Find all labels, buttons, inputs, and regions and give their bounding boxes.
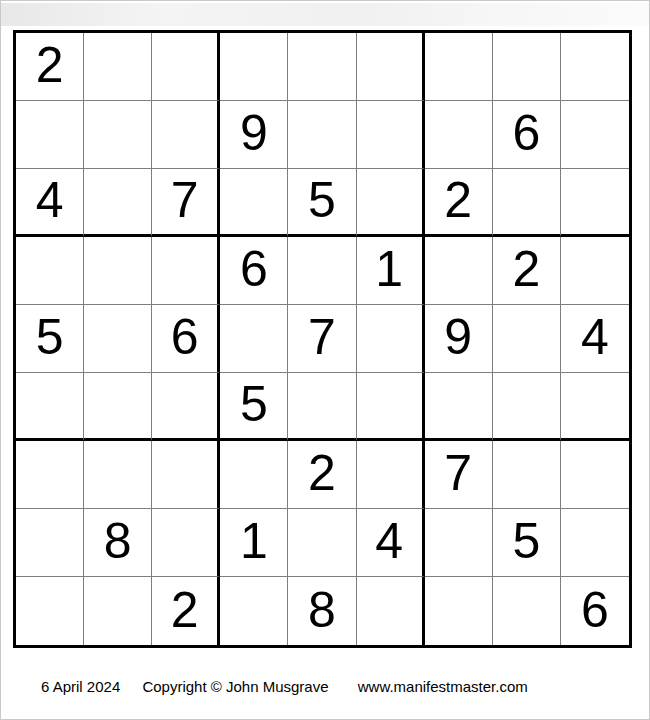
cell-r4c2[interactable] [84, 237, 152, 305]
cell-r6c5[interactable] [288, 373, 356, 441]
cell-r8c2[interactable]: 8 [84, 509, 152, 577]
cell-r8c8[interactable]: 5 [493, 509, 561, 577]
cell-r1c2[interactable] [84, 33, 152, 101]
cell-r8c6[interactable]: 4 [357, 509, 425, 577]
cell-r5c8[interactable] [493, 305, 561, 373]
cell-r9c9[interactable]: 6 [561, 577, 629, 645]
cell-r8c9[interactable] [561, 509, 629, 577]
cell-r1c4[interactable] [220, 33, 288, 101]
cell-r1c9[interactable] [561, 33, 629, 101]
cell-r7c5[interactable]: 2 [288, 441, 356, 509]
cell-r5c3[interactable]: 6 [152, 305, 220, 373]
cell-r2c5[interactable] [288, 101, 356, 169]
cell-r9c4[interactable] [220, 577, 288, 645]
cell-r4c3[interactable] [152, 237, 220, 305]
cell-r3c2[interactable] [84, 169, 152, 237]
cell-r5c9[interactable]: 4 [561, 305, 629, 373]
cell-r4c4[interactable]: 6 [220, 237, 288, 305]
footer-copyright: Copyright © John Musgrave [142, 678, 328, 695]
cell-r8c1[interactable] [16, 509, 84, 577]
cell-r2c1[interactable] [16, 101, 84, 169]
cell-r4c1[interactable] [16, 237, 84, 305]
cell-r9c1[interactable] [16, 577, 84, 645]
cell-r3c6[interactable] [357, 169, 425, 237]
window-top-bar [1, 3, 649, 26]
cell-r7c1[interactable] [16, 441, 84, 509]
cell-r4c6[interactable]: 1 [357, 237, 425, 305]
cell-r3c4[interactable] [220, 169, 288, 237]
cell-r8c3[interactable] [152, 509, 220, 577]
footer-website: www.manifestmaster.com [358, 678, 528, 695]
cell-r9c6[interactable] [357, 577, 425, 645]
cell-r8c5[interactable] [288, 509, 356, 577]
sudoku-board: 2964752612567945278145286 [13, 30, 632, 648]
cell-r2c7[interactable] [425, 101, 493, 169]
cell-r7c3[interactable] [152, 441, 220, 509]
cell-r2c4[interactable]: 9 [220, 101, 288, 169]
cell-r4c8[interactable]: 2 [493, 237, 561, 305]
cell-r7c8[interactable] [493, 441, 561, 509]
cell-r4c9[interactable] [561, 237, 629, 305]
cell-r5c1[interactable]: 5 [16, 305, 84, 373]
footer: 6 April 2024 Copyright © John Musgrave w… [41, 678, 528, 695]
cell-r7c7[interactable]: 7 [425, 441, 493, 509]
cell-r9c8[interactable] [493, 577, 561, 645]
sudoku-puzzle-page: 2964752612567945278145286 6 April 2024 C… [0, 0, 650, 720]
cell-r9c5[interactable]: 8 [288, 577, 356, 645]
cell-r1c6[interactable] [357, 33, 425, 101]
cell-r2c6[interactable] [357, 101, 425, 169]
cell-r6c9[interactable] [561, 373, 629, 441]
cell-r5c6[interactable] [357, 305, 425, 373]
cell-r9c2[interactable] [84, 577, 152, 645]
footer-date: 6 April 2024 [41, 678, 120, 695]
cell-r6c4[interactable]: 5 [220, 373, 288, 441]
cell-r3c7[interactable]: 2 [425, 169, 493, 237]
cell-r8c4[interactable]: 1 [220, 509, 288, 577]
cell-r1c3[interactable] [152, 33, 220, 101]
cell-r7c4[interactable] [220, 441, 288, 509]
cell-r3c3[interactable]: 7 [152, 169, 220, 237]
cell-r7c9[interactable] [561, 441, 629, 509]
cell-r7c2[interactable] [84, 441, 152, 509]
cell-r2c8[interactable]: 6 [493, 101, 561, 169]
cell-r6c3[interactable] [152, 373, 220, 441]
cell-r2c3[interactable] [152, 101, 220, 169]
cell-r3c1[interactable]: 4 [16, 169, 84, 237]
cell-r4c7[interactable] [425, 237, 493, 305]
cell-r3c5[interactable]: 5 [288, 169, 356, 237]
cell-r1c7[interactable] [425, 33, 493, 101]
cell-r6c2[interactable] [84, 373, 152, 441]
cell-r5c5[interactable]: 7 [288, 305, 356, 373]
cell-r3c8[interactable] [493, 169, 561, 237]
cell-r6c7[interactable] [425, 373, 493, 441]
cell-r9c3[interactable]: 2 [152, 577, 220, 645]
cell-r6c8[interactable] [493, 373, 561, 441]
cell-r1c8[interactable] [493, 33, 561, 101]
cell-r1c5[interactable] [288, 33, 356, 101]
cell-r6c1[interactable] [16, 373, 84, 441]
cell-r3c9[interactable] [561, 169, 629, 237]
cell-r6c6[interactable] [357, 373, 425, 441]
cell-r4c5[interactable] [288, 237, 356, 305]
cell-r7c6[interactable] [357, 441, 425, 509]
cell-r2c2[interactable] [84, 101, 152, 169]
cell-r5c7[interactable]: 9 [425, 305, 493, 373]
cell-r1c1[interactable]: 2 [16, 33, 84, 101]
cell-r9c7[interactable] [425, 577, 493, 645]
cell-r5c4[interactable] [220, 305, 288, 373]
cell-r8c7[interactable] [425, 509, 493, 577]
cell-r2c9[interactable] [561, 101, 629, 169]
cell-r5c2[interactable] [84, 305, 152, 373]
